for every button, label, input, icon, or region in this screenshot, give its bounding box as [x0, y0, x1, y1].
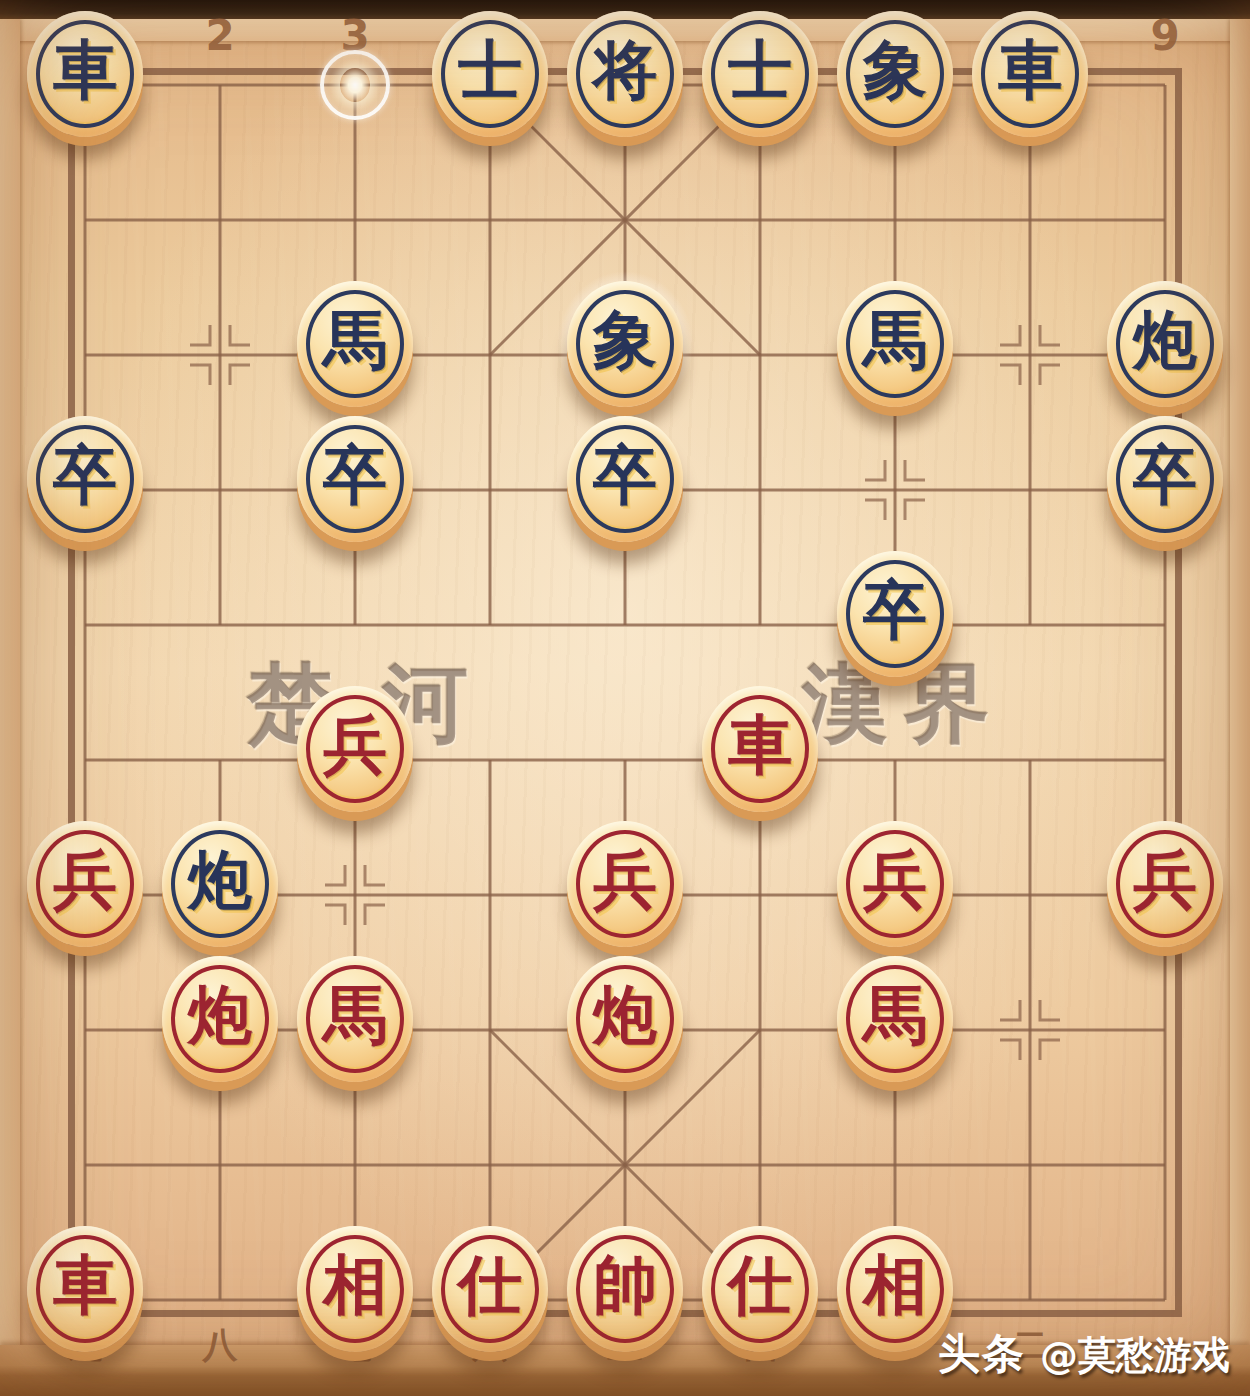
piece-character: 仕: [702, 1226, 818, 1352]
piece-red-horse[interactable]: 馬: [837, 956, 953, 1082]
board-point-3-3: 卒: [288, 423, 423, 558]
piece-character: 帥: [567, 1226, 683, 1352]
board-point-7-4: 卒: [828, 558, 963, 693]
piece-black-cannon[interactable]: 炮: [1107, 281, 1223, 407]
board-point-5-9: 帥: [558, 1233, 693, 1368]
piece-character: 将: [567, 11, 683, 137]
board-point-9-3: 卒: [1098, 423, 1233, 558]
board-point-6-9: 仕: [693, 1233, 828, 1368]
piece-character: 兵: [297, 686, 413, 812]
piece-black-elephant[interactable]: 象: [837, 11, 953, 137]
piece-character: 兵: [837, 821, 953, 947]
board-point-9-6: 兵: [1098, 828, 1233, 963]
board-point-7-0: 象: [828, 18, 963, 153]
piece-character: 卒: [1107, 416, 1223, 542]
piece-black-cannon[interactable]: 炮: [162, 821, 278, 947]
piece-black-advisor[interactable]: 士: [432, 11, 548, 137]
watermark-handle: @莫愁游戏: [1040, 1333, 1230, 1377]
board-point-1-9: 車: [18, 1233, 153, 1368]
piece-red-advisor[interactable]: 仕: [432, 1226, 548, 1352]
board-point-7-6: 兵: [828, 828, 963, 963]
xiangqi-app: 楚河 漢界 123456789 九八七六五四三二一 車士将士象車馬象馬炮卒卒卒卒…: [0, 0, 1250, 1396]
watermark-brand: 头条: [938, 1329, 1026, 1378]
piece-character: 仕: [432, 1226, 548, 1352]
watermark: 头条@莫愁游戏: [938, 1326, 1230, 1382]
piece-red-horse[interactable]: 馬: [297, 956, 413, 1082]
xiangqi-board: 車士将士象車馬象馬炮卒卒卒卒卒炮兵車兵兵兵兵炮馬炮馬車相仕帥仕相: [18, 18, 1233, 1368]
piece-character: 馬: [297, 281, 413, 407]
board-point-9-2: 炮: [1098, 288, 1233, 423]
board-point-7-2: 馬: [828, 288, 963, 423]
piece-black-soldier[interactable]: 卒: [837, 551, 953, 677]
piece-black-chariot[interactable]: 車: [972, 11, 1088, 137]
piece-character: 卒: [297, 416, 413, 542]
piece-character: 士: [702, 11, 818, 137]
board-point-5-2: 象: [558, 288, 693, 423]
board-point-4-0: 士: [423, 18, 558, 153]
piece-black-soldier[interactable]: 卒: [567, 416, 683, 542]
piece-character: 相: [297, 1226, 413, 1352]
piece-character: 車: [702, 686, 818, 812]
board-point-2-6: 炮: [153, 828, 288, 963]
board-point-6-5: 車: [693, 693, 828, 828]
piece-black-soldier[interactable]: 卒: [297, 416, 413, 542]
board-point-3-7: 馬: [288, 963, 423, 1098]
board-point-3-5: 兵: [288, 693, 423, 828]
piece-character: 兵: [567, 821, 683, 947]
board-point-8-0: 車: [963, 18, 1098, 153]
piece-character: 炮: [567, 956, 683, 1082]
board-point-5-3: 卒: [558, 423, 693, 558]
piece-black-soldier[interactable]: 卒: [27, 416, 143, 542]
piece-character: 馬: [837, 956, 953, 1082]
piece-character: 兵: [27, 821, 143, 947]
board-point-4-9: 仕: [423, 1233, 558, 1368]
piece-character: 炮: [1107, 281, 1223, 407]
piece-character: 車: [27, 1226, 143, 1352]
board-point-5-0: 将: [558, 18, 693, 153]
piece-character: 相: [837, 1226, 953, 1352]
piece-red-soldier[interactable]: 兵: [297, 686, 413, 812]
piece-character: 馬: [837, 281, 953, 407]
piece-red-chariot[interactable]: 車: [702, 686, 818, 812]
piece-red-soldier[interactable]: 兵: [837, 821, 953, 947]
piece-red-general[interactable]: 帥: [567, 1226, 683, 1352]
piece-red-soldier[interactable]: 兵: [1107, 821, 1223, 947]
board-point-7-7: 馬: [828, 963, 963, 1098]
piece-black-soldier[interactable]: 卒: [1107, 416, 1223, 542]
piece-character: 炮: [162, 956, 278, 1082]
board-point-2-7: 炮: [153, 963, 288, 1098]
piece-red-chariot[interactable]: 車: [27, 1226, 143, 1352]
board-point-6-0: 士: [693, 18, 828, 153]
piece-character: 炮: [162, 821, 278, 947]
board-point-1-3: 卒: [18, 423, 153, 558]
piece-character: 象: [567, 281, 683, 407]
board-point-1-0: 車: [18, 18, 153, 153]
piece-character: 卒: [837, 551, 953, 677]
piece-character: 卒: [27, 416, 143, 542]
piece-character: 車: [972, 11, 1088, 137]
piece-black-elephant[interactable]: 象: [567, 281, 683, 407]
piece-red-elephant[interactable]: 相: [297, 1226, 413, 1352]
piece-black-general[interactable]: 将: [567, 11, 683, 137]
piece-red-cannon[interactable]: 炮: [567, 956, 683, 1082]
piece-red-elephant[interactable]: 相: [837, 1226, 953, 1352]
piece-red-soldier[interactable]: 兵: [567, 821, 683, 947]
board-point-3-9: 相: [288, 1233, 423, 1368]
piece-character: 馬: [297, 956, 413, 1082]
piece-character: 車: [27, 11, 143, 137]
piece-black-advisor[interactable]: 士: [702, 11, 818, 137]
piece-black-horse[interactable]: 馬: [837, 281, 953, 407]
board-point-5-7: 炮: [558, 963, 693, 1098]
piece-red-advisor[interactable]: 仕: [702, 1226, 818, 1352]
board-point-3-2: 馬: [288, 288, 423, 423]
piece-black-chariot[interactable]: 車: [27, 11, 143, 137]
piece-red-cannon[interactable]: 炮: [162, 956, 278, 1082]
board-point-1-6: 兵: [18, 828, 153, 963]
board-point-5-6: 兵: [558, 828, 693, 963]
piece-red-soldier[interactable]: 兵: [27, 821, 143, 947]
piece-black-horse[interactable]: 馬: [297, 281, 413, 407]
piece-character: 卒: [567, 416, 683, 542]
piece-character: 士: [432, 11, 548, 137]
piece-character: 兵: [1107, 821, 1223, 947]
piece-character: 象: [837, 11, 953, 137]
